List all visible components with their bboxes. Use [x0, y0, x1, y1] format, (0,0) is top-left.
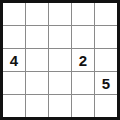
- cell-r3c2[interactable]: [26, 49, 48, 71]
- cell-r1c5[interactable]: [95, 3, 117, 25]
- cell-r4c4[interactable]: [72, 72, 94, 94]
- cell-r1c1[interactable]: [3, 3, 25, 25]
- cell-r4c3[interactable]: [49, 72, 71, 94]
- cell-r1c3[interactable]: [49, 3, 71, 25]
- cell-r5c2[interactable]: [26, 95, 48, 117]
- cell-r5c5[interactable]: [95, 95, 117, 117]
- cell-r2c3[interactable]: [49, 26, 71, 48]
- cell-r3c4-given-2: 2: [72, 49, 94, 71]
- cell-r5c1[interactable]: [3, 95, 25, 117]
- cell-r4c1[interactable]: [3, 72, 25, 94]
- cell-r3c1-given-4: 4: [3, 49, 25, 71]
- puzzle-board: 4 2 5: [0, 0, 120, 120]
- cell-r2c4[interactable]: [72, 26, 94, 48]
- cell-r3c5[interactable]: [95, 49, 117, 71]
- cell-r3c3[interactable]: [49, 49, 71, 71]
- cell-r5c4[interactable]: [72, 95, 94, 117]
- cell-r2c5[interactable]: [95, 26, 117, 48]
- cell-r4c5-given-5: 5: [95, 72, 117, 94]
- cell-r1c2[interactable]: [26, 3, 48, 25]
- cell-r1c4[interactable]: [72, 3, 94, 25]
- cell-r2c1[interactable]: [3, 26, 25, 48]
- cell-r4c2[interactable]: [26, 72, 48, 94]
- cell-r2c2[interactable]: [26, 26, 48, 48]
- cell-r5c3[interactable]: [49, 95, 71, 117]
